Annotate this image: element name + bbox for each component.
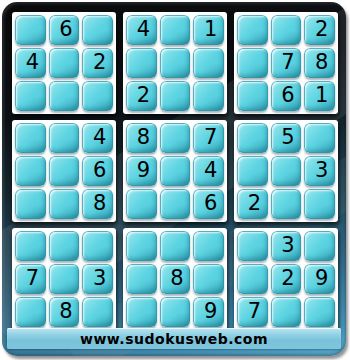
cell-r6c4[interactable] — [126, 189, 157, 219]
cell-r9c6[interactable]: 9 — [193, 297, 224, 327]
cell-r4c8[interactable]: 5 — [271, 123, 302, 153]
given-digit: 4 — [204, 160, 217, 181]
given-digit: 6 — [204, 193, 217, 214]
cell-r5c6[interactable]: 4 — [193, 156, 224, 186]
cell-r5c5[interactable] — [160, 156, 191, 186]
cell-r3c7[interactable] — [237, 81, 268, 111]
cell-r7c5[interactable] — [160, 231, 191, 261]
block-2-2: 87946 — [123, 120, 227, 222]
cell-r4c5[interactable] — [160, 123, 191, 153]
sudoku-page: 6424122786146887946532738893297 www.sudo… — [0, 0, 350, 360]
given-digit: 7 — [248, 301, 261, 322]
cell-r6c1[interactable] — [15, 189, 46, 219]
cell-r1c5[interactable] — [160, 15, 191, 45]
cell-r6c9[interactable] — [304, 189, 335, 219]
cell-r2c9[interactable]: 8 — [304, 48, 335, 78]
cell-r2c2[interactable] — [49, 48, 80, 78]
cell-r2c5[interactable] — [160, 48, 191, 78]
cell-r8c5[interactable]: 8 — [160, 264, 191, 294]
cell-r9c7[interactable]: 7 — [237, 297, 268, 327]
cell-r3c6[interactable] — [193, 81, 224, 111]
cell-r8c6[interactable] — [193, 264, 224, 294]
cell-r8c7[interactable] — [237, 264, 268, 294]
given-digit: 9 — [315, 268, 328, 289]
given-digit: 8 — [170, 268, 183, 289]
cell-r1c7[interactable] — [237, 15, 268, 45]
given-digit: 8 — [137, 127, 150, 148]
given-digit: 3 — [93, 268, 106, 289]
cell-r5c4[interactable]: 9 — [126, 156, 157, 186]
cell-r4c1[interactable] — [15, 123, 46, 153]
cell-r5c2[interactable] — [49, 156, 80, 186]
block-2-3: 532 — [234, 120, 338, 222]
block-1-3: 27861 — [234, 12, 338, 114]
given-digit: 7 — [26, 268, 39, 289]
cell-r7c9[interactable] — [304, 231, 335, 261]
cell-r8c3[interactable]: 3 — [82, 264, 113, 294]
cell-r8c8[interactable]: 2 — [271, 264, 302, 294]
cell-r4c9[interactable] — [304, 123, 335, 153]
cell-r1c4[interactable]: 4 — [126, 15, 157, 45]
cell-r4c3[interactable]: 4 — [82, 123, 113, 153]
cell-r7c6[interactable] — [193, 231, 224, 261]
cell-r3c3[interactable] — [82, 81, 113, 111]
cell-r1c3[interactable] — [82, 15, 113, 45]
cell-r3c5[interactable] — [160, 81, 191, 111]
cell-r7c1[interactable] — [15, 231, 46, 261]
given-digit: 8 — [59, 301, 72, 322]
cell-r2c8[interactable]: 7 — [271, 48, 302, 78]
cell-r7c7[interactable] — [237, 231, 268, 261]
given-digit: 8 — [93, 193, 106, 214]
sudoku-board: 6424122786146887946532738893297 — [12, 12, 338, 330]
cell-r8c9[interactable]: 9 — [304, 264, 335, 294]
cell-r7c3[interactable] — [82, 231, 113, 261]
given-digit: 2 — [248, 193, 261, 214]
given-digit: 7 — [204, 127, 217, 148]
cell-r2c4[interactable] — [126, 48, 157, 78]
cell-r5c7[interactable] — [237, 156, 268, 186]
cell-r1c8[interactable] — [271, 15, 302, 45]
cell-r2c7[interactable] — [237, 48, 268, 78]
cell-r6c7[interactable]: 2 — [237, 189, 268, 219]
cell-r9c3[interactable] — [82, 297, 113, 327]
cell-r9c9[interactable] — [304, 297, 335, 327]
block-2-1: 468 — [12, 120, 116, 222]
cell-r6c5[interactable] — [160, 189, 191, 219]
board-frame: 6424122786146887946532738893297 www.sudo… — [2, 2, 346, 356]
cell-r9c4[interactable] — [126, 297, 157, 327]
cell-r9c2[interactable]: 8 — [49, 297, 80, 327]
cell-r8c4[interactable] — [126, 264, 157, 294]
cell-r2c3[interactable]: 2 — [82, 48, 113, 78]
cell-r1c9[interactable]: 2 — [304, 15, 335, 45]
cell-r4c2[interactable] — [49, 123, 80, 153]
footer-band: www.sudokusweb.com — [7, 328, 341, 349]
given-digit: 2 — [93, 52, 106, 73]
cell-r7c2[interactable] — [49, 231, 80, 261]
given-digit: 6 — [93, 160, 106, 181]
cell-r5c8[interactable] — [271, 156, 302, 186]
block-3-1: 738 — [12, 228, 116, 330]
site-url-link[interactable]: www.sudokusweb.com — [80, 331, 268, 347]
given-digit: 4 — [26, 52, 39, 73]
given-digit: 3 — [315, 160, 328, 181]
given-digit: 6 — [59, 19, 72, 40]
cell-r6c2[interactable] — [49, 189, 80, 219]
given-digit: 5 — [281, 127, 294, 148]
cell-r3c1[interactable] — [15, 81, 46, 111]
given-digit: 1 — [204, 19, 217, 40]
cell-r1c2[interactable]: 6 — [49, 15, 80, 45]
given-digit: 4 — [137, 19, 150, 40]
cell-r2c6[interactable] — [193, 48, 224, 78]
cell-r4c7[interactable] — [237, 123, 268, 153]
block-3-3: 3297 — [234, 228, 338, 330]
given-digit: 6 — [281, 85, 294, 106]
block-1-1: 642 — [12, 12, 116, 114]
cell-r3c4[interactable]: 2 — [126, 81, 157, 111]
given-digit: 4 — [93, 127, 106, 148]
given-digit: 3 — [281, 235, 294, 256]
given-digit: 2 — [281, 268, 294, 289]
cell-r8c1[interactable]: 7 — [15, 264, 46, 294]
cell-r7c4[interactable] — [126, 231, 157, 261]
block-1-2: 412 — [123, 12, 227, 114]
cell-r6c3[interactable]: 8 — [82, 189, 113, 219]
cell-r9c8[interactable] — [271, 297, 302, 327]
cell-r4c4[interactable]: 8 — [126, 123, 157, 153]
cell-r5c1[interactable] — [15, 156, 46, 186]
given-digit: 2 — [137, 85, 150, 106]
cell-r9c1[interactable] — [15, 297, 46, 327]
cell-r8c2[interactable] — [49, 264, 80, 294]
given-digit: 1 — [315, 85, 328, 106]
cell-r6c8[interactable] — [271, 189, 302, 219]
cell-r5c9[interactable]: 3 — [304, 156, 335, 186]
cell-r1c6[interactable]: 1 — [193, 15, 224, 45]
given-digit: 9 — [204, 301, 217, 322]
cell-r5c3[interactable]: 6 — [82, 156, 113, 186]
cell-r3c2[interactable] — [49, 81, 80, 111]
given-digit: 8 — [315, 52, 328, 73]
cell-r4c6[interactable]: 7 — [193, 123, 224, 153]
cell-r1c1[interactable] — [15, 15, 46, 45]
given-digit: 7 — [281, 52, 294, 73]
cell-r3c9[interactable]: 1 — [304, 81, 335, 111]
cell-r7c8[interactable]: 3 — [271, 231, 302, 261]
given-digit: 2 — [315, 19, 328, 40]
block-3-2: 89 — [123, 228, 227, 330]
cell-r3c8[interactable]: 6 — [271, 81, 302, 111]
cell-r9c5[interactable] — [160, 297, 191, 327]
cell-r6c6[interactable]: 6 — [193, 189, 224, 219]
given-digit: 9 — [137, 160, 150, 181]
cell-r2c1[interactable]: 4 — [15, 48, 46, 78]
